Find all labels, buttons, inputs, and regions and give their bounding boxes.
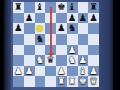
piece-white-rook-e1[interactable]: ♜ — [56, 76, 67, 87]
square-e4[interactable] — [56, 45, 67, 56]
square-a1[interactable] — [13, 76, 24, 87]
square-g1[interactable]: ♚ — [78, 76, 89, 87]
piece-white-knight-c3[interactable]: ♞ — [35, 55, 46, 66]
piece-black-pawn-b7[interactable]: ♟ — [24, 13, 35, 24]
move-arrow-head — [48, 53, 54, 57]
square-f3[interactable]: ♞ — [67, 55, 78, 66]
square-h7[interactable]: ♟ — [88, 13, 99, 24]
piece-white-pawn-b2[interactable]: ♟ — [24, 66, 35, 77]
piece-white-rook-f1[interactable]: ♜ — [67, 76, 78, 87]
square-g7[interactable]: ♟ — [78, 13, 89, 24]
square-h1[interactable]: ♛ — [88, 76, 99, 87]
square-e6[interactable]: ♟ — [56, 23, 67, 34]
piece-black-pawn-a6[interactable]: ♟ — [13, 23, 24, 34]
square-c7[interactable] — [35, 13, 46, 24]
square-f6[interactable]: ♞ — [67, 23, 78, 34]
square-a8[interactable]: ♜ — [13, 2, 24, 13]
video-frame: ♜♝♚♝♜♟♟♟♟♟♟♞♞♟♞♛♞♟♟♟♟♝♟♜♜♚♛ — [0, 0, 120, 90]
move-arrow-line — [50, 7, 52, 54]
piece-black-pawn-e6[interactable]: ♟ — [56, 23, 67, 34]
piece-black-knight-f6[interactable]: ♞ — [67, 23, 78, 34]
left-background-band — [0, 0, 11, 90]
piece-black-bishop-c8[interactable]: ♝ — [35, 2, 46, 13]
square-b1[interactable] — [24, 76, 35, 87]
square-b5[interactable] — [24, 34, 35, 45]
piece-black-king-e8[interactable]: ♚ — [56, 2, 67, 13]
square-f5[interactable] — [67, 34, 78, 45]
square-e5[interactable] — [56, 34, 67, 45]
piece-black-rook-a8[interactable]: ♜ — [13, 2, 24, 13]
square-a4[interactable] — [13, 45, 24, 56]
square-d2[interactable] — [45, 66, 56, 77]
square-c8[interactable]: ♝ — [35, 2, 46, 13]
square-f1[interactable]: ♜ — [67, 76, 78, 87]
piece-black-pawn-h7[interactable]: ♟ — [88, 13, 99, 24]
square-c1[interactable] — [35, 76, 46, 87]
square-h6[interactable] — [88, 23, 99, 34]
square-c3[interactable]: ♞ — [35, 55, 46, 66]
square-b7[interactable]: ♟ — [24, 13, 35, 24]
square-e8[interactable]: ♚ — [56, 2, 67, 13]
piece-black-knight-c5[interactable]: ♞ — [35, 34, 46, 45]
square-a2[interactable]: ♟ — [13, 66, 24, 77]
piece-white-king-g1[interactable]: ♚ — [78, 76, 89, 87]
square-d1[interactable] — [45, 76, 56, 87]
square-c5[interactable]: ♞ — [35, 34, 46, 45]
piece-white-knight-f3[interactable]: ♞ — [67, 55, 78, 66]
square-b6[interactable] — [24, 23, 35, 34]
square-a5[interactable] — [13, 34, 24, 45]
square-g6[interactable] — [78, 23, 89, 34]
square-b4[interactable] — [24, 45, 35, 56]
piece-black-pawn-g7[interactable]: ♟ — [78, 13, 89, 24]
square-h5[interactable] — [88, 34, 99, 45]
square-c2[interactable] — [35, 66, 46, 77]
piece-white-queen-h1[interactable]: ♛ — [88, 76, 99, 87]
square-b2[interactable]: ♟ — [24, 66, 35, 77]
square-g5[interactable] — [78, 34, 89, 45]
square-e1[interactable]: ♜ — [56, 76, 67, 87]
right-background-band — [113, 0, 120, 90]
piece-white-pawn-a2[interactable]: ♟ — [13, 66, 24, 77]
square-a6[interactable]: ♟ — [13, 23, 24, 34]
square-h4[interactable] — [88, 45, 99, 56]
chess-board[interactable]: ♜♝♚♝♜♟♟♟♟♟♟♞♞♟♞♛♞♟♟♟♟♝♟♜♜♚♛ — [13, 2, 99, 87]
